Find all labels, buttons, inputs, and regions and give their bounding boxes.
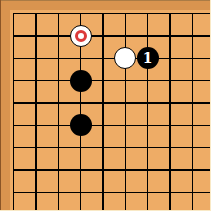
grid-line-vertical xyxy=(169,13,170,211)
grid-line-vertical xyxy=(13,13,14,211)
grid-line-horizontal xyxy=(13,192,211,193)
grid-line-horizontal xyxy=(13,58,211,59)
board-surface xyxy=(10,10,211,211)
grid-line-horizontal xyxy=(13,169,211,170)
grid-line-vertical xyxy=(125,13,126,211)
black-stone: 1 xyxy=(137,47,159,69)
grid-line-vertical xyxy=(147,13,148,211)
grid-line-vertical xyxy=(35,13,36,211)
diagram-cut-edge-right xyxy=(210,0,211,211)
grid-line-horizontal xyxy=(13,125,211,126)
move-number-label: 1 xyxy=(137,47,159,69)
grid-line-vertical xyxy=(102,13,103,211)
grid-line-horizontal xyxy=(13,147,211,148)
grid-line-horizontal xyxy=(13,102,211,103)
circle-mark-icon xyxy=(75,30,87,42)
circle-marked-white-stone xyxy=(70,25,92,47)
grid-line-horizontal xyxy=(13,80,211,81)
go-board-diagram: 1 xyxy=(0,0,211,211)
grid-line-vertical xyxy=(192,13,193,211)
diagram-cut-edge-bottom xyxy=(0,210,211,211)
black-stone xyxy=(70,70,92,92)
board-frame-edge-top xyxy=(0,0,211,1)
grid-line-horizontal xyxy=(13,13,211,14)
board-frame-edge-left xyxy=(0,0,1,211)
grid-line-horizontal xyxy=(13,35,211,36)
black-stone xyxy=(70,114,92,136)
grid-line-vertical xyxy=(58,13,59,211)
